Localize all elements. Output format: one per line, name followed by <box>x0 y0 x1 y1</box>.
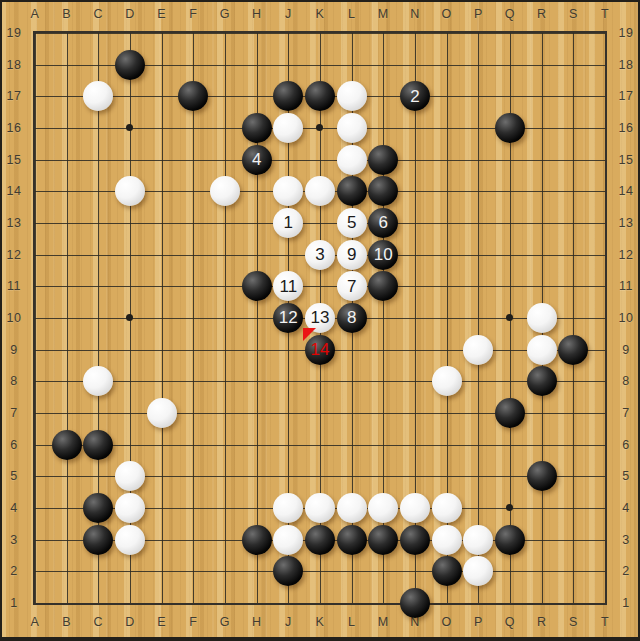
stone-R5-black[interactable] <box>527 461 557 491</box>
stone-S9-black[interactable] <box>558 335 588 365</box>
stone-O8-white[interactable] <box>432 366 462 396</box>
coord-label-top-D: D <box>125 7 135 21</box>
coord-label-right-1: 1 <box>622 596 629 610</box>
coord-label-left-16: 16 <box>7 121 22 135</box>
stone-H11-black[interactable] <box>242 271 272 301</box>
move-number-7: 7 <box>347 278 356 295</box>
stone-R8-black[interactable] <box>527 366 557 396</box>
stone-L15-white[interactable] <box>337 145 367 175</box>
coord-label-top-T: T <box>601 7 609 21</box>
move-number-5: 5 <box>347 214 356 231</box>
move-number-4: 4 <box>252 151 261 168</box>
go-board[interactable]: AABBCCDDEEFFGGHHJJKKLLMMNNOOPPQQRRSSTT19… <box>0 0 640 641</box>
coord-label-bottom-P: P <box>474 615 483 629</box>
stone-L10-black[interactable]: 8 <box>337 303 367 333</box>
stone-O4-white[interactable] <box>432 493 462 523</box>
coord-label-bottom-E: E <box>157 615 166 629</box>
stone-H16-black[interactable] <box>242 113 272 143</box>
coord-label-right-12: 12 <box>619 248 634 262</box>
move-number-9: 9 <box>347 246 356 263</box>
stone-M3-black[interactable] <box>368 525 398 555</box>
coord-label-left-4: 4 <box>10 501 17 515</box>
coord-label-right-7: 7 <box>622 406 629 420</box>
coord-label-bottom-M: M <box>378 615 389 629</box>
stone-P3-white[interactable] <box>463 525 493 555</box>
coord-label-top-H: H <box>252 7 262 21</box>
coord-label-top-S: S <box>569 7 578 21</box>
move-number-10: 10 <box>374 246 393 263</box>
coord-label-top-Q: Q <box>505 7 515 21</box>
stone-L11-white[interactable]: 7 <box>337 271 367 301</box>
stone-D4-white[interactable] <box>115 493 145 523</box>
coord-label-bottom-S: S <box>569 615 578 629</box>
stone-N4-white[interactable] <box>400 493 430 523</box>
stone-D18-black[interactable] <box>115 50 145 80</box>
coord-label-left-11: 11 <box>7 279 21 293</box>
stone-P9-white[interactable] <box>463 335 493 365</box>
move-number-3: 3 <box>315 246 324 263</box>
coord-label-top-G: G <box>220 7 230 21</box>
coord-label-bottom-C: C <box>94 615 104 629</box>
coord-label-bottom-G: G <box>220 615 230 629</box>
stone-L12-white[interactable]: 9 <box>337 240 367 270</box>
coord-label-top-K: K <box>316 7 325 21</box>
coord-label-bottom-K: K <box>316 615 325 629</box>
coord-label-right-6: 6 <box>622 438 629 452</box>
coord-label-left-12: 12 <box>7 248 22 262</box>
stone-R9-white[interactable] <box>527 335 557 365</box>
stone-L4-white[interactable] <box>337 493 367 523</box>
stone-L16-white[interactable] <box>337 113 367 143</box>
coord-label-left-19: 19 <box>7 26 22 40</box>
coord-label-left-1: 1 <box>10 596 17 610</box>
stone-K3-black[interactable] <box>305 525 335 555</box>
coord-label-right-4: 4 <box>622 501 629 515</box>
coord-label-top-O: O <box>442 7 452 21</box>
move-number-6: 6 <box>379 214 388 231</box>
stone-N1-black[interactable] <box>400 588 430 618</box>
stone-Q7-black[interactable] <box>495 398 525 428</box>
coord-label-right-17: 17 <box>619 89 634 103</box>
coord-label-top-N: N <box>410 7 420 21</box>
coord-label-bottom-F: F <box>189 615 197 629</box>
stone-J3-white[interactable] <box>273 525 303 555</box>
coord-label-top-R: R <box>537 7 547 21</box>
coord-label-right-5: 5 <box>622 469 629 483</box>
coord-label-top-B: B <box>62 7 71 21</box>
stone-H3-black[interactable] <box>242 525 272 555</box>
stone-L3-black[interactable] <box>337 525 367 555</box>
coord-label-right-15: 15 <box>619 153 634 167</box>
stone-N3-black[interactable] <box>400 525 430 555</box>
coord-label-bottom-O: O <box>442 615 452 629</box>
stone-K9-black[interactable]: 14 <box>305 335 335 365</box>
coord-label-bottom-L: L <box>348 615 355 629</box>
coord-label-bottom-D: D <box>125 615 135 629</box>
coord-label-top-M: M <box>378 7 389 21</box>
coord-label-top-E: E <box>157 7 166 21</box>
coord-label-right-9: 9 <box>622 343 629 357</box>
coord-label-top-L: L <box>348 7 355 21</box>
stone-D3-white[interactable] <box>115 525 145 555</box>
coord-label-right-11: 11 <box>619 279 633 293</box>
stone-E7-white[interactable] <box>147 398 177 428</box>
last-move-triangle-marker <box>303 328 316 341</box>
stone-K12-white[interactable]: 3 <box>305 240 335 270</box>
coord-label-left-8: 8 <box>10 374 17 388</box>
stone-H15-black[interactable]: 4 <box>242 145 272 175</box>
coord-label-right-8: 8 <box>622 374 629 388</box>
stone-Q16-black[interactable] <box>495 113 525 143</box>
move-number-13: 13 <box>311 309 330 326</box>
coord-label-left-3: 3 <box>10 533 17 547</box>
coord-label-left-14: 14 <box>7 184 22 198</box>
move-number-2: 2 <box>410 88 419 105</box>
coord-label-right-18: 18 <box>619 58 634 72</box>
stone-O3-white[interactable] <box>432 525 462 555</box>
stone-M15-black[interactable] <box>368 145 398 175</box>
coord-label-top-A: A <box>31 7 40 21</box>
coord-label-left-13: 13 <box>7 216 22 230</box>
stone-M12-black[interactable]: 10 <box>368 240 398 270</box>
coord-label-bottom-B: B <box>62 615 71 629</box>
move-number-1: 1 <box>284 214 293 231</box>
coord-label-top-P: P <box>474 7 483 21</box>
coord-label-right-3: 3 <box>622 533 629 547</box>
coord-label-bottom-Q: Q <box>505 615 515 629</box>
coord-label-top-C: C <box>94 7 104 21</box>
coord-label-bottom-A: A <box>31 615 40 629</box>
stone-C3-black[interactable] <box>83 525 113 555</box>
coord-label-left-10: 10 <box>7 311 22 325</box>
coord-label-bottom-T: T <box>601 615 609 629</box>
coord-label-top-F: F <box>189 7 197 21</box>
coord-label-right-10: 10 <box>619 311 634 325</box>
coord-label-left-15: 15 <box>7 153 22 167</box>
coord-label-left-9: 9 <box>10 343 17 357</box>
move-number-14: 14 <box>311 341 330 358</box>
coord-label-right-14: 14 <box>619 184 634 198</box>
coord-label-left-17: 17 <box>7 89 22 103</box>
move-number-12: 12 <box>279 309 298 326</box>
coord-label-left-2: 2 <box>10 564 17 578</box>
stone-L17-white[interactable] <box>337 81 367 111</box>
coord-label-left-7: 7 <box>10 406 17 420</box>
coord-label-right-13: 13 <box>619 216 634 230</box>
coord-label-bottom-R: R <box>537 615 547 629</box>
coord-label-top-J: J <box>285 7 292 21</box>
coord-label-left-6: 6 <box>10 438 17 452</box>
stone-R10-white[interactable] <box>527 303 557 333</box>
stone-C6-black[interactable] <box>83 430 113 460</box>
stone-B6-black[interactable] <box>52 430 82 460</box>
coord-label-left-5: 5 <box>10 469 17 483</box>
stone-L14-black[interactable] <box>337 176 367 206</box>
coord-label-left-18: 18 <box>7 58 22 72</box>
coord-label-bottom-H: H <box>252 615 262 629</box>
stone-Q3-black[interactable] <box>495 525 525 555</box>
coord-label-bottom-J: J <box>285 615 292 629</box>
stone-K4-white[interactable] <box>305 493 335 523</box>
coord-label-right-19: 19 <box>619 26 634 40</box>
coord-label-right-2: 2 <box>622 564 629 578</box>
move-number-11: 11 <box>279 278 297 295</box>
stone-O2-black[interactable] <box>432 556 462 586</box>
stone-L13-white[interactable]: 5 <box>337 208 367 238</box>
move-number-8: 8 <box>347 309 356 326</box>
coord-label-right-16: 16 <box>619 121 634 135</box>
